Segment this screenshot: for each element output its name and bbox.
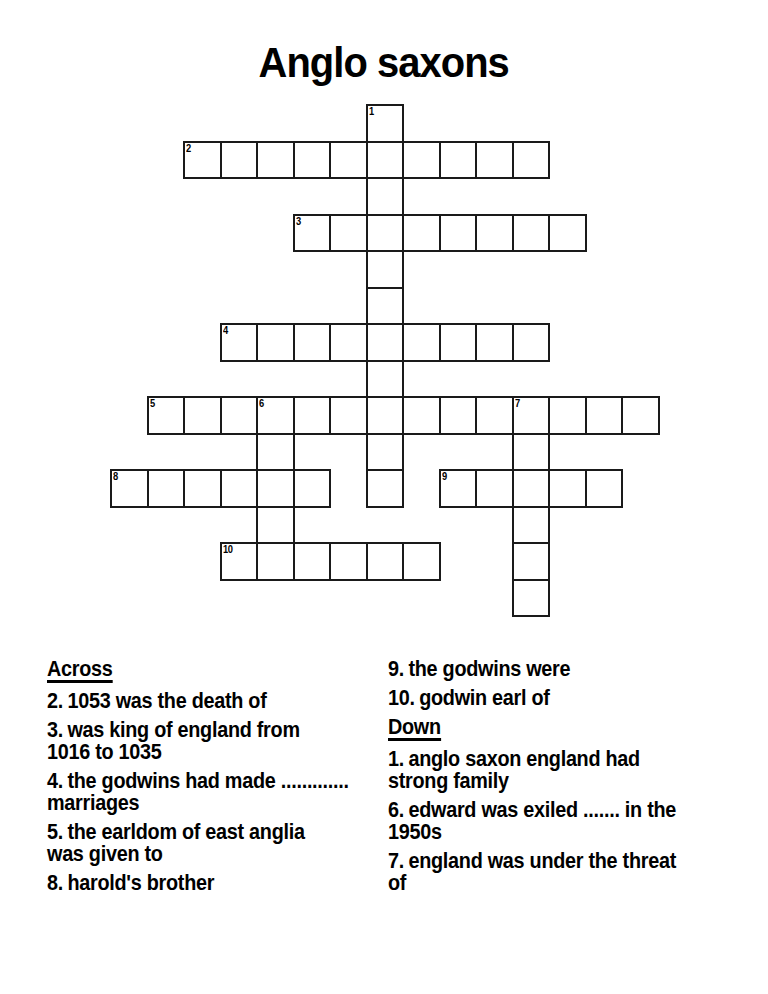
grid-cell[interactable] bbox=[220, 141, 259, 180]
clue-number: 8. bbox=[47, 870, 63, 895]
clue-number: 2. bbox=[47, 688, 63, 713]
cell-number: 10 bbox=[223, 543, 233, 555]
clue-across-2: 2.1053 was the death of bbox=[47, 690, 394, 712]
cell-number: 4 bbox=[223, 324, 228, 336]
grid-cell[interactable] bbox=[621, 396, 660, 435]
cell-number: 7 bbox=[515, 397, 520, 409]
clue-across-4: 4.the godwins had made ............. mar… bbox=[47, 770, 394, 814]
grid-cell[interactable] bbox=[220, 396, 259, 435]
clue-text: harold's brother bbox=[67, 870, 214, 895]
clue-across-8: 8.harold's brother bbox=[47, 872, 394, 894]
grid-cell[interactable] bbox=[366, 433, 405, 472]
grid-cell[interactable] bbox=[366, 141, 405, 180]
clue-text: the godwins were bbox=[408, 656, 570, 681]
clue-text: the earldom of east anglia was given to bbox=[47, 819, 305, 866]
puzzle-title: Anglo saxons bbox=[259, 40, 509, 86]
grid-cell[interactable] bbox=[439, 214, 478, 253]
grid-cell[interactable] bbox=[512, 469, 551, 508]
grid-cell[interactable] bbox=[439, 141, 478, 180]
grid-cell[interactable] bbox=[256, 542, 295, 581]
cell-number: 5 bbox=[150, 397, 155, 409]
clue-text: the godwins had made ............. marri… bbox=[47, 768, 349, 815]
clue-across-3: 3.was king of england from 1016 to 1035 bbox=[47, 719, 394, 763]
grid-cell[interactable] bbox=[329, 323, 368, 362]
grid-cell[interactable] bbox=[512, 323, 551, 362]
grid-cell[interactable] bbox=[366, 469, 405, 508]
cell-number: 2 bbox=[186, 142, 191, 154]
grid-cell[interactable] bbox=[366, 250, 405, 289]
grid-cell[interactable] bbox=[512, 506, 551, 545]
clue-across-9: 9.the godwins were bbox=[388, 658, 735, 680]
clue-number: 10. bbox=[388, 685, 415, 710]
grid-cell[interactable] bbox=[439, 323, 478, 362]
across-heading: Across bbox=[47, 658, 113, 683]
cell-number: 8 bbox=[113, 470, 118, 482]
grid-cell[interactable] bbox=[585, 396, 624, 435]
grid-cell[interactable] bbox=[293, 323, 332, 362]
title-bar: Anglo saxons bbox=[0, 40, 768, 86]
grid-cell[interactable] bbox=[512, 141, 551, 180]
clue-text: godwin earl of bbox=[419, 685, 549, 710]
grid-cell[interactable] bbox=[183, 469, 222, 508]
grid-cell[interactable]: 9 bbox=[439, 469, 478, 508]
grid-cell[interactable] bbox=[329, 214, 368, 253]
clue-text: anglo saxon england had strong family bbox=[388, 746, 640, 793]
clue-across-10: 10.godwin earl of bbox=[388, 687, 735, 709]
grid-cell[interactable] bbox=[402, 141, 441, 180]
clue-across-5: 5.the earldom of east anglia was given t… bbox=[47, 821, 394, 865]
grid-cell[interactable] bbox=[366, 360, 405, 399]
grid-cell[interactable]: 2 bbox=[183, 141, 222, 180]
clue-number: 9. bbox=[388, 656, 404, 681]
grid-cell[interactable] bbox=[366, 323, 405, 362]
grid-cell[interactable] bbox=[366, 542, 405, 581]
grid-cell[interactable]: 10 bbox=[220, 542, 259, 581]
down-heading: Down bbox=[388, 716, 441, 741]
cell-number: 3 bbox=[296, 215, 301, 227]
grid-cell[interactable] bbox=[329, 396, 368, 435]
grid-cell[interactable] bbox=[475, 214, 514, 253]
clue-down-6: 6.edward was exiled ....... in the 1950s bbox=[388, 799, 735, 843]
grid-cell[interactable] bbox=[512, 579, 551, 618]
grid-cell[interactable]: 8 bbox=[110, 469, 149, 508]
grid-cell[interactable] bbox=[548, 396, 587, 435]
clue-text: was king of england from 1016 to 1035 bbox=[47, 717, 300, 764]
grid-cell[interactable] bbox=[256, 141, 295, 180]
grid-cell[interactable] bbox=[366, 177, 405, 216]
grid-cell[interactable]: 6 bbox=[256, 396, 295, 435]
clue-text: 1053 was the death of bbox=[67, 688, 266, 713]
grid-cell[interactable] bbox=[329, 141, 368, 180]
grid-cell[interactable] bbox=[439, 396, 478, 435]
cell-number: 6 bbox=[259, 397, 264, 409]
grid-cell[interactable]: 5 bbox=[147, 396, 186, 435]
grid-cell[interactable] bbox=[402, 323, 441, 362]
clue-down-1: 1.anglo saxon england had strong family bbox=[388, 748, 735, 792]
clues-right-column: 9.the godwins were 10.godwin earl of Dow… bbox=[388, 658, 735, 901]
grid-cell[interactable] bbox=[329, 542, 368, 581]
clue-down-7: 7.england was under the threat of bbox=[388, 850, 735, 894]
grid-cell[interactable] bbox=[548, 469, 587, 508]
crossword-page: Anglo saxons 12345678910 Across 2.1053 w… bbox=[0, 0, 768, 994]
grid-cell[interactable]: 1 bbox=[366, 104, 405, 143]
grid-cell[interactable] bbox=[585, 469, 624, 508]
grid-cell[interactable] bbox=[475, 141, 514, 180]
grid-cell[interactable] bbox=[293, 542, 332, 581]
grid-cell[interactable] bbox=[548, 214, 587, 253]
grid-cell[interactable] bbox=[293, 469, 332, 508]
grid-cell[interactable]: 3 bbox=[293, 214, 332, 253]
grid-cell[interactable] bbox=[402, 542, 441, 581]
clue-text: england was under the threat of bbox=[388, 848, 676, 895]
grid-cell[interactable] bbox=[256, 433, 295, 472]
grid-cell[interactable] bbox=[402, 214, 441, 253]
grid-cell[interactable] bbox=[366, 287, 405, 326]
grid-cell[interactable]: 7 bbox=[512, 396, 551, 435]
grid-cell[interactable] bbox=[475, 396, 514, 435]
grid-cell[interactable] bbox=[475, 323, 514, 362]
grid-cell[interactable] bbox=[256, 469, 295, 508]
grid-cell[interactable] bbox=[512, 214, 551, 253]
grid-cell[interactable] bbox=[147, 469, 186, 508]
grid-cell[interactable] bbox=[402, 396, 441, 435]
grid-cell[interactable] bbox=[293, 141, 332, 180]
crossword-grid: 12345678910 bbox=[110, 104, 660, 616]
grid-cell[interactable] bbox=[256, 323, 295, 362]
clues-left-column: Across 2.1053 was the death of 3.was kin… bbox=[47, 658, 394, 901]
grid-cell[interactable] bbox=[293, 396, 332, 435]
grid-cell[interactable] bbox=[256, 506, 295, 545]
clue-text: edward was exiled ....... in the 1950s bbox=[388, 797, 676, 844]
grid-cell[interactable] bbox=[475, 469, 514, 508]
grid-cell[interactable]: 4 bbox=[220, 323, 259, 362]
grid-cell[interactable] bbox=[220, 469, 259, 508]
grid-cell[interactable] bbox=[512, 433, 551, 472]
cell-number: 9 bbox=[442, 470, 447, 482]
grid-cell[interactable] bbox=[183, 396, 222, 435]
grid-cell[interactable] bbox=[366, 214, 405, 253]
cell-number: 1 bbox=[369, 105, 374, 117]
grid-cell[interactable] bbox=[512, 542, 551, 581]
grid-cell[interactable] bbox=[366, 396, 405, 435]
